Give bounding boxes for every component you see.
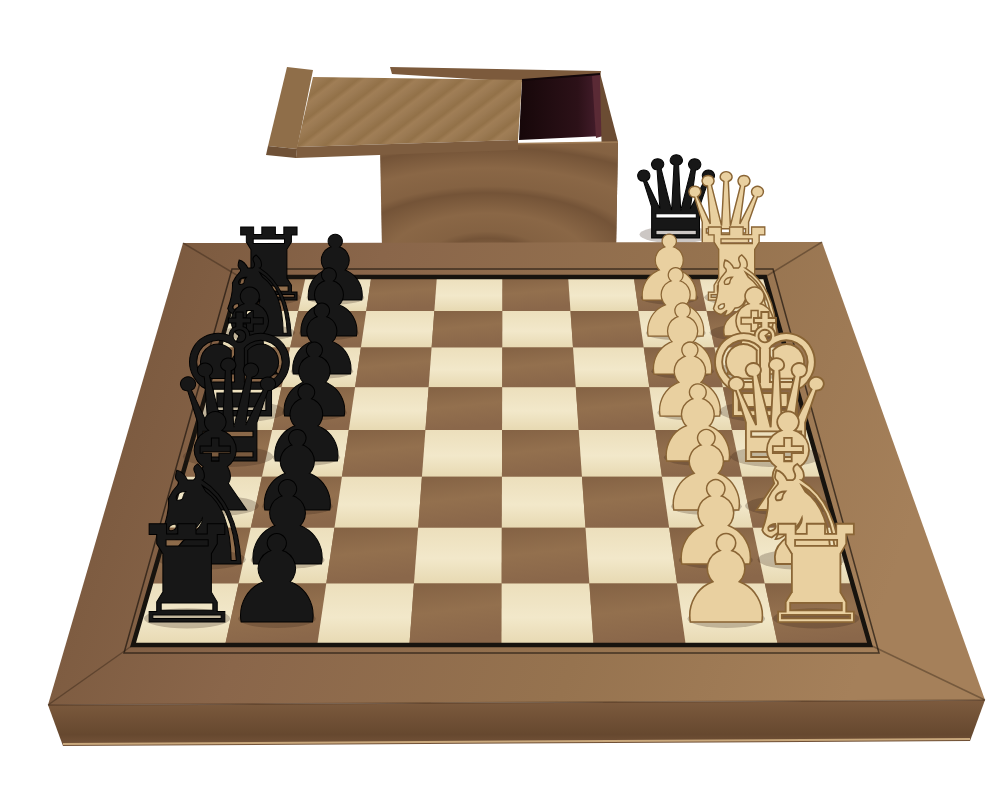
square-g4[interactable] [502, 311, 573, 348]
box-front-grain [380, 142, 618, 250]
square-h4[interactable] [502, 277, 570, 311]
square-a6[interactable] [317, 584, 414, 645]
product-photo-stage: ♛♛ ♜♟♟♜♞♟♟♞♝♟♟♝♚♟♟♚♛♟♟♛♝♟♟♝♞♟♟♞♜♟♟♜ [0, 0, 1000, 800]
piece-white-rook-a1[interactable]: ♜ [756, 497, 877, 654]
square-e5[interactable] [425, 387, 502, 430]
square-a5[interactable] [409, 584, 501, 645]
square-b6[interactable] [326, 528, 418, 584]
square-f5[interactable] [429, 348, 503, 388]
box-sliding-lid[interactable] [297, 77, 522, 147]
square-d5[interactable] [422, 430, 502, 477]
square-a4[interactable] [502, 584, 594, 645]
square-c4[interactable] [502, 477, 586, 528]
piece-black-pawn-a7[interactable]: ♟ [223, 509, 332, 651]
square-f4[interactable] [502, 348, 576, 388]
square-h6[interactable] [366, 277, 437, 311]
square-b5[interactable] [414, 528, 502, 584]
chess-set-scene: ♛♛ ♜♟♟♜♞♟♟♞♝♟♟♝♚♟♟♚♛♟♟♛♝♟♟♝♞♟♟♞♜♟♟♜ [0, 0, 1000, 800]
square-g5[interactable] [432, 311, 503, 348]
square-b4[interactable] [502, 528, 590, 584]
square-e4[interactable] [502, 387, 579, 430]
square-h5[interactable] [434, 277, 502, 311]
square-d4[interactable] [502, 430, 582, 477]
square-h3[interactable] [568, 277, 638, 311]
box-interior-lining [519, 74, 603, 140]
square-c5[interactable] [418, 477, 502, 528]
